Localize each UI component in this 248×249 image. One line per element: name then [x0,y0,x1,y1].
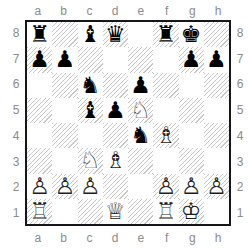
file-label-top-f: f [154,3,180,18]
chess-board: ♜♜♝♝♛♛♜♜♚♚♟♟♟♟♟♟♟♟♞♞♟♟♝♝♟♟♞♘♞♞♝♗♞♘♝♗♟♙♟♙… [25,20,231,226]
square-g1[interactable]: ♚♔ [179,199,204,224]
square-a1[interactable]: ♜♖ [27,199,52,224]
file-label-top-b: b [51,3,77,18]
square-g6[interactable] [179,73,204,98]
square-d8[interactable]: ♛♛ [103,22,128,47]
piece-black-pawn[interactable]: ♟♟ [179,47,204,72]
square-h1[interactable] [204,199,229,224]
piece-white-rook[interactable]: ♜♖ [153,199,178,224]
piece-black-pawn[interactable]: ♟♟ [204,47,229,72]
piece-glyph: ♙ [179,174,204,199]
square-d1[interactable]: ♛♕ [103,199,128,224]
piece-glyph: ♖ [153,199,178,224]
piece-black-pawn[interactable]: ♟♟ [27,47,52,72]
piece-glyph: ♞ [128,123,153,148]
piece-glyph: ♟ [27,47,52,72]
square-b2[interactable]: ♟♙ [52,174,77,199]
rank-label-left-3: 3 [9,149,23,175]
piece-glyph: ♟ [179,47,204,72]
square-a3[interactable] [27,148,52,173]
piece-white-pawn[interactable]: ♟♙ [52,174,77,199]
square-c3[interactable]: ♞♘ [78,148,103,173]
square-h7[interactable]: ♟♟ [204,47,229,72]
square-e7[interactable] [128,47,153,72]
file-label-top-g: g [180,3,206,18]
rank-label-right-3: 3 [233,149,247,175]
square-g8[interactable]: ♚♚ [179,22,204,47]
rank-label-right-5: 5 [233,97,247,123]
square-b8[interactable] [52,22,77,47]
file-label-bottom-d: d [102,230,128,245]
piece-black-pawn[interactable]: ♟♟ [128,73,153,98]
piece-black-bishop[interactable]: ♝♝ [78,22,103,47]
file-label-top-d: d [102,3,128,18]
piece-glyph: ♔ [179,199,204,224]
piece-glyph: ♗ [153,123,178,148]
piece-glyph: ♘ [78,148,103,173]
piece-glyph: ♙ [27,174,52,199]
square-c8[interactable]: ♝♝ [78,22,103,47]
file-label-bottom-a: a [25,230,51,245]
square-b6[interactable] [52,73,77,98]
square-f2[interactable]: ♟♙ [153,174,178,199]
square-g5[interactable] [179,98,204,123]
square-e3[interactable] [128,148,153,173]
square-c2[interactable]: ♟♙ [78,174,103,199]
piece-black-pawn[interactable]: ♟♟ [103,98,128,123]
piece-glyph: ♗ [103,148,128,173]
rank-label-right-4: 4 [233,123,247,149]
square-e1[interactable] [128,199,153,224]
square-b7[interactable]: ♟♟ [52,47,77,72]
square-a8[interactable]: ♜♜ [27,22,52,47]
file-label-bottom-b: b [51,230,77,245]
square-b1[interactable] [52,199,77,224]
square-a2[interactable]: ♟♙ [27,174,52,199]
square-b5[interactable] [52,98,77,123]
piece-black-rook[interactable]: ♜♜ [27,22,52,47]
piece-glyph: ♘ [128,98,153,123]
rank-label-left-6: 6 [9,72,23,98]
piece-white-pawn[interactable]: ♟♙ [179,174,204,199]
piece-glyph: ♟ [103,98,128,123]
rank-label-left-4: 4 [9,123,23,149]
piece-white-knight[interactable]: ♞♘ [128,98,153,123]
square-g3[interactable] [179,148,204,173]
rank-label-left-5: 5 [9,97,23,123]
square-g7[interactable]: ♟♟ [179,47,204,72]
file-labels-top: abcdefgh [25,3,231,18]
square-d4[interactable] [103,123,128,148]
square-e5[interactable]: ♞♘ [128,98,153,123]
square-h2[interactable]: ♟♙ [204,174,229,199]
piece-white-pawn[interactable]: ♟♙ [153,174,178,199]
file-label-bottom-e: e [128,230,154,245]
piece-white-king[interactable]: ♚♔ [179,199,204,224]
rank-label-right-7: 7 [233,46,247,72]
square-e6[interactable]: ♟♟ [128,73,153,98]
piece-glyph: ♚ [179,22,204,47]
file-label-top-e: e [128,3,154,18]
piece-glyph: ♙ [153,174,178,199]
rank-labels-right: 87654321 [233,20,247,226]
piece-glyph: ♙ [204,174,229,199]
rank-labels-left: 87654321 [9,20,23,226]
piece-glyph: ♙ [78,174,103,199]
piece-white-bishop[interactable]: ♝♗ [103,148,128,173]
piece-black-pawn[interactable]: ♟♟ [52,47,77,72]
square-h6[interactable] [204,73,229,98]
piece-glyph: ♟ [52,47,77,72]
piece-glyph: ♙ [52,174,77,199]
square-d7[interactable] [103,47,128,72]
piece-glyph: ♟ [204,47,229,72]
square-e4[interactable]: ♞♞ [128,123,153,148]
rank-label-right-6: 6 [233,72,247,98]
square-c6[interactable]: ♞♞ [78,73,103,98]
square-d5[interactable]: ♟♟ [103,98,128,123]
square-e8[interactable] [128,22,153,47]
square-d2[interactable] [103,174,128,199]
square-a4[interactable] [27,123,52,148]
square-b3[interactable] [52,148,77,173]
square-h3[interactable] [204,148,229,173]
piece-glyph: ♝ [78,22,103,47]
piece-black-king[interactable]: ♚♚ [179,22,204,47]
file-label-top-c: c [77,3,103,18]
piece-glyph: ♜ [153,22,178,47]
square-h5[interactable] [204,98,229,123]
square-f5[interactable] [153,98,178,123]
rank-label-left-2: 2 [9,175,23,201]
square-h8[interactable] [204,22,229,47]
square-a7[interactable]: ♟♟ [27,47,52,72]
piece-glyph: ♛ [103,22,128,47]
piece-white-rook[interactable]: ♜♖ [27,199,52,224]
piece-glyph: ♟ [128,73,153,98]
file-label-bottom-f: f [154,230,180,245]
square-d6[interactable] [103,73,128,98]
square-d3[interactable]: ♝♗ [103,148,128,173]
rank-label-left-1: 1 [9,200,23,226]
square-c4[interactable] [78,123,103,148]
piece-white-queen[interactable]: ♛♕ [103,199,128,224]
piece-glyph: ♖ [27,199,52,224]
piece-black-rook[interactable]: ♜♜ [153,22,178,47]
piece-glyph: ♜ [27,22,52,47]
piece-glyph: ♝ [78,98,103,123]
square-g4[interactable] [179,123,204,148]
chess-diagram: abcdefgh 87654321 ♜♜♝♝♛♛♜♜♚♚♟♟♟♟♟♟♟♟♞♞♟♟… [0,0,248,249]
square-g2[interactable]: ♟♙ [179,174,204,199]
piece-black-queen[interactable]: ♛♛ [103,22,128,47]
square-a5[interactable] [27,98,52,123]
piece-white-pawn[interactable]: ♟♙ [204,174,229,199]
rank-label-left-7: 7 [9,46,23,72]
piece-white-pawn[interactable]: ♟♙ [27,174,52,199]
square-f6[interactable] [153,73,178,98]
square-f7[interactable] [153,47,178,72]
rank-label-right-2: 2 [233,175,247,201]
piece-black-knight[interactable]: ♞♞ [78,73,103,98]
square-e2[interactable] [128,174,153,199]
piece-black-knight[interactable]: ♞♞ [128,123,153,148]
square-a6[interactable] [27,73,52,98]
square-f3[interactable] [153,148,178,173]
piece-glyph: ♕ [103,199,128,224]
square-f1[interactable]: ♜♖ [153,199,178,224]
rank-label-right-1: 1 [233,200,247,226]
file-label-bottom-g: g [180,230,206,245]
piece-white-pawn[interactable]: ♟♙ [78,174,103,199]
rank-label-left-8: 8 [9,20,23,46]
square-c5[interactable]: ♝♝ [78,98,103,123]
square-b4[interactable] [52,123,77,148]
square-c1[interactable] [78,199,103,224]
square-f8[interactable]: ♜♜ [153,22,178,47]
rank-label-right-8: 8 [233,20,247,46]
file-label-top-a: a [25,3,51,18]
piece-white-bishop[interactable]: ♝♗ [153,123,178,148]
square-f4[interactable]: ♝♗ [153,123,178,148]
square-h4[interactable] [204,123,229,148]
square-c7[interactable] [78,47,103,72]
file-labels-bottom: abcdefgh [25,230,231,245]
file-label-bottom-h: h [205,230,231,245]
file-label-bottom-c: c [77,230,103,245]
piece-white-knight[interactable]: ♞♘ [78,148,103,173]
piece-glyph: ♞ [78,73,103,98]
piece-black-bishop[interactable]: ♝♝ [78,98,103,123]
file-label-top-h: h [205,3,231,18]
